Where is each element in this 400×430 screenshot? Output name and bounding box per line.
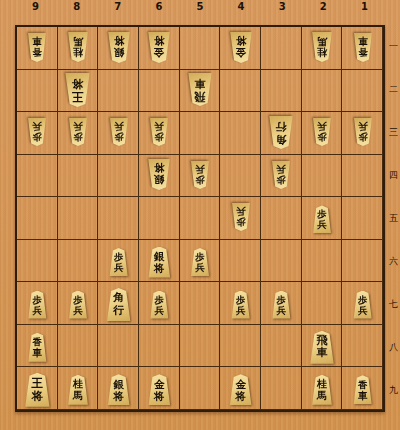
piece-kanji: 兵 [236,305,246,316]
piece-kanji: 将 [154,163,165,175]
file-label: 8 [56,0,97,14]
square-1-6[interactable] [342,240,383,283]
piece-kanji: 銀 [154,175,165,187]
rank-label: 一 [387,25,400,68]
file-label: 7 [97,0,138,14]
piece-gote-lance[interactable]: 香車 [353,33,373,62]
square-1-4[interactable] [342,155,383,198]
piece-kanji: 兵 [317,121,327,132]
piece-sente-lance[interactable]: 香車 [353,375,373,404]
piece-kanji: 歩 [195,175,205,186]
piece-kanji: 将 [154,35,165,47]
piece-kanji: 兵 [33,121,43,132]
piece-kanji: 香 [33,336,43,347]
square-7-1[interactable]: 銀将 [98,27,139,70]
square-9-8[interactable]: 香車 [17,325,58,368]
square-8-1[interactable]: 桂馬 [58,27,99,70]
piece-kanji: 兵 [358,305,368,316]
square-1-7[interactable]: 歩兵 [342,282,383,325]
piece-kanji: 歩 [358,132,368,143]
square-6-7[interactable]: 歩兵 [139,282,180,325]
piece-kanji: 銀 [113,47,124,59]
square-9-9[interactable]: 王将 [17,367,58,410]
piece-kanji: 車 [33,347,43,358]
piece-sente-pawn[interactable]: 歩兵 [149,291,169,319]
piece-kanji: 兵 [277,164,287,175]
piece-sente-pawn[interactable]: 歩兵 [27,291,47,319]
square-3-5[interactable] [261,197,302,240]
file-label: 6 [138,0,179,14]
piece-sente-pawn[interactable]: 歩兵 [353,291,373,319]
square-3-8[interactable] [261,325,302,368]
rank-label: 七 [387,283,400,326]
piece-kanji: 歩 [73,132,83,143]
piece-kanji: 飛 [316,335,327,348]
rank-label: 六 [387,240,400,283]
piece-kanji: 金 [154,47,165,59]
rank-label: 二 [387,68,400,111]
piece-gote-pawn[interactable]: 歩兵 [353,118,373,146]
square-4-1[interactable]: 金将 [220,27,261,70]
square-4-7[interactable]: 歩兵 [220,282,261,325]
square-1-5[interactable] [342,197,383,240]
piece-gote-knight[interactable]: 桂馬 [311,32,333,62]
square-6-3[interactable]: 歩兵 [139,112,180,155]
piece-sente-gold[interactable]: 金将 [229,374,253,405]
rank-label: 五 [387,197,400,240]
square-9-7[interactable]: 歩兵 [17,282,58,325]
piece-kanji: 兵 [317,219,327,230]
square-6-5[interactable] [139,197,180,240]
square-7-3[interactable]: 歩兵 [98,112,139,155]
piece-kanji: 兵 [277,305,287,316]
square-5-1[interactable] [180,27,221,70]
square-3-7[interactable]: 歩兵 [261,282,302,325]
piece-kanji: 行 [113,305,124,318]
piece-sente-silver[interactable]: 銀将 [107,374,131,405]
piece-kanji: 馬 [73,36,83,48]
piece-kanji: 歩 [195,251,205,262]
square-3-9[interactable] [261,367,302,410]
square-8-4[interactable] [58,155,99,198]
piece-kanji: 桂 [73,47,83,59]
piece-kanji: 兵 [358,121,368,132]
square-9-2[interactable] [17,70,58,113]
square-3-3[interactable]: 角行 [261,112,302,155]
piece-gote-rook[interactable]: 飛車 [187,73,213,106]
square-1-9[interactable]: 香車 [342,367,383,410]
piece-kanji: 車 [358,36,368,47]
piece-kanji: 王 [72,90,84,103]
piece-sente-knight[interactable]: 桂馬 [67,375,89,405]
piece-kanji: 将 [154,262,165,274]
piece-kanji: 行 [276,120,287,133]
piece-sente-silver[interactable]: 銀将 [147,247,171,278]
square-6-8[interactable] [139,325,180,368]
square-4-8[interactable] [220,325,261,368]
square-8-9[interactable]: 桂馬 [58,367,99,410]
piece-kanji: 将 [113,35,124,47]
piece-kanji: 兵 [155,121,165,132]
file-label: 1 [344,0,385,14]
shogi-board-screen: 987654321 一二三四五六七八九 香車桂馬銀将金将金将桂馬香車王将飛車歩兵… [0,0,400,430]
square-1-3[interactable]: 歩兵 [342,112,383,155]
piece-gote-knight[interactable]: 桂馬 [67,32,89,62]
square-1-2[interactable] [342,70,383,113]
square-6-9[interactable]: 金将 [139,367,180,410]
piece-kanji: 歩 [236,217,246,228]
piece-kanji: 兵 [73,305,83,316]
piece-kanji: 桂 [317,47,327,59]
square-2-8[interactable]: 飛車 [302,325,343,368]
piece-sente-pawn[interactable]: 歩兵 [68,291,88,319]
piece-sente-pawn[interactable]: 歩兵 [190,248,210,276]
square-2-9[interactable]: 桂馬 [302,367,343,410]
rank-labels: 一二三四五六七八九 [387,25,400,412]
square-4-3[interactable] [220,112,261,155]
square-5-5[interactable] [180,197,221,240]
square-9-4[interactable] [17,155,58,198]
square-7-7[interactable]: 角行 [98,282,139,325]
piece-kanji: 兵 [236,206,246,217]
square-2-3[interactable]: 歩兵 [302,112,343,155]
piece-kanji: 角 [113,292,124,305]
square-4-9[interactable]: 金将 [220,367,261,410]
piece-gote-silver[interactable]: 銀将 [147,159,171,190]
square-7-9[interactable]: 銀将 [98,367,139,410]
square-5-7[interactable] [180,282,221,325]
square-6-6[interactable]: 銀将 [139,240,180,283]
square-5-2[interactable]: 飛車 [180,70,221,113]
square-7-4[interactable] [98,155,139,198]
square-7-5[interactable] [98,197,139,240]
piece-kanji: 歩 [277,294,287,305]
piece-gote-gold[interactable]: 金将 [229,32,253,63]
piece-gote-pawn[interactable]: 歩兵 [231,203,251,231]
square-5-3[interactable] [180,112,221,155]
piece-kanji: 歩 [33,132,43,143]
piece-kanji: 車 [316,347,327,360]
square-5-8[interactable] [180,325,221,368]
square-8-7[interactable]: 歩兵 [58,282,99,325]
piece-gote-king[interactable]: 王将 [64,73,91,107]
piece-sente-pawn[interactable]: 歩兵 [231,291,251,319]
square-2-6[interactable] [302,240,343,283]
square-7-6[interactable]: 歩兵 [98,240,139,283]
square-8-2[interactable]: 王将 [58,70,99,113]
square-8-5[interactable] [58,197,99,240]
piece-kanji: 歩 [155,132,165,143]
piece-kanji: 歩 [114,251,124,262]
piece-kanji: 将 [113,390,124,402]
square-3-2[interactable] [261,70,302,113]
square-4-6[interactable] [220,240,261,283]
square-6-1[interactable]: 金将 [139,27,180,70]
piece-kanji: 歩 [73,294,83,305]
piece-kanji: 香 [358,47,368,58]
square-7-2[interactable] [98,70,139,113]
piece-sente-rook[interactable]: 飛車 [309,331,335,364]
square-6-4[interactable]: 銀将 [139,155,180,198]
piece-kanji: 兵 [195,164,205,175]
piece-sente-pawn[interactable]: 歩兵 [109,248,129,276]
piece-kanji: 金 [235,378,246,390]
piece-kanji: 将 [235,35,246,47]
piece-gote-lance[interactable]: 香車 [27,33,47,62]
piece-kanji: 将 [32,390,44,403]
square-5-6[interactable]: 歩兵 [180,240,221,283]
piece-gote-bishop[interactable]: 角行 [268,116,294,149]
piece-kanji: 角 [276,132,287,145]
rank-label: 八 [387,326,400,369]
piece-kanji: 香 [358,379,368,390]
square-4-2[interactable] [220,70,261,113]
piece-kanji: 歩 [277,175,287,186]
piece-kanji: 車 [358,390,368,401]
piece-kanji: 銀 [154,250,165,262]
rank-label: 九 [387,369,400,412]
piece-kanji: 歩 [33,294,43,305]
square-5-9[interactable] [180,367,221,410]
piece-gote-pawn[interactable]: 歩兵 [190,161,210,189]
square-9-6[interactable] [17,240,58,283]
square-3-4[interactable]: 歩兵 [261,155,302,198]
square-2-2[interactable] [302,70,343,113]
piece-kanji: 馬 [317,390,327,402]
square-8-3[interactable]: 歩兵 [58,112,99,155]
piece-kanji: 歩 [358,294,368,305]
piece-kanji: 車 [33,36,43,47]
square-2-5[interactable]: 歩兵 [302,197,343,240]
piece-gote-gold[interactable]: 金将 [147,32,171,63]
piece-kanji: 兵 [155,305,165,316]
square-9-1[interactable]: 香車 [17,27,58,70]
square-3-1[interactable] [261,27,302,70]
piece-kanji: 桂 [73,378,83,390]
square-8-8[interactable] [58,325,99,368]
piece-sente-knight[interactable]: 桂馬 [311,375,333,405]
piece-kanji: 歩 [317,132,327,143]
piece-kanji: 将 [72,77,84,90]
piece-gote-pawn[interactable]: 歩兵 [312,118,332,146]
square-9-5[interactable] [17,197,58,240]
piece-kanji: 飛 [194,90,205,103]
square-5-4[interactable]: 歩兵 [180,155,221,198]
file-label: 4 [221,0,262,14]
piece-kanji: 金 [154,378,165,390]
piece-gote-pawn[interactable]: 歩兵 [149,118,169,146]
board: 香車桂馬銀将金将金将桂馬香車王将飛車歩兵歩兵歩兵歩兵角行歩兵歩兵銀将歩兵歩兵歩兵… [15,25,385,412]
piece-kanji: 歩 [236,294,246,305]
piece-kanji: 車 [194,77,205,90]
piece-sente-king[interactable]: 王将 [24,373,51,407]
piece-sente-pawn[interactable]: 歩兵 [271,291,291,319]
square-3-6[interactable] [261,240,302,283]
square-8-6[interactable] [58,240,99,283]
piece-kanji: 馬 [317,36,327,48]
piece-kanji: 香 [33,47,43,58]
rank-label: 四 [387,154,400,197]
piece-kanji: 歩 [114,132,124,143]
file-label: 9 [15,0,56,14]
file-label: 5 [179,0,220,14]
piece-sente-pawn[interactable]: 歩兵 [312,205,332,233]
file-label: 3 [262,0,303,14]
square-2-1[interactable]: 桂馬 [302,27,343,70]
piece-kanji: 将 [154,390,165,402]
file-label: 2 [303,0,344,14]
piece-gote-pawn[interactable]: 歩兵 [271,161,291,189]
piece-kanji: 金 [235,47,246,59]
square-7-8[interactable] [98,325,139,368]
piece-gote-pawn[interactable]: 歩兵 [27,118,47,146]
square-6-2[interactable] [139,70,180,113]
square-4-5[interactable]: 歩兵 [220,197,261,240]
piece-kanji: 兵 [33,305,43,316]
piece-kanji: 桂 [317,378,327,390]
piece-kanji: 将 [235,390,246,402]
piece-kanji: 兵 [195,262,205,273]
piece-gote-pawn[interactable]: 歩兵 [68,118,88,146]
piece-gote-pawn[interactable]: 歩兵 [109,118,129,146]
piece-sente-lance[interactable]: 香車 [27,333,47,362]
piece-kanji: 兵 [114,121,124,132]
piece-kanji: 歩 [155,294,165,305]
square-4-4[interactable] [220,155,261,198]
square-2-7[interactable] [302,282,343,325]
piece-kanji: 兵 [73,121,83,132]
piece-sente-gold[interactable]: 金将 [147,374,171,405]
piece-sente-bishop[interactable]: 角行 [106,288,132,321]
piece-kanji: 馬 [73,390,83,402]
square-1-1[interactable]: 香車 [342,27,383,70]
rank-label: 三 [387,111,400,154]
file-labels: 987654321 [15,0,385,14]
square-9-3[interactable]: 歩兵 [17,112,58,155]
piece-kanji: 兵 [114,262,124,273]
piece-kanji: 歩 [317,208,327,219]
piece-gote-silver[interactable]: 銀将 [107,32,131,63]
square-1-8[interactable] [342,325,383,368]
square-2-4[interactable] [302,155,343,198]
piece-kanji: 銀 [113,378,124,390]
